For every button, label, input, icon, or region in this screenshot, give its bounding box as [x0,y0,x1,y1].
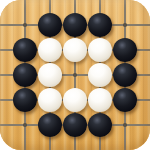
white-stone [63,88,87,112]
white-stone [63,38,87,62]
white-stone [88,38,112,62]
intersection[interactable] [38,63,63,88]
intersection[interactable] [63,38,88,63]
intersection[interactable] [113,113,138,138]
intersection[interactable] [63,113,88,138]
go-board-icon[interactable] [0,0,150,150]
intersection[interactable] [38,88,63,113]
intersection[interactable] [113,13,138,38]
black-stone [38,113,62,137]
white-stone [38,88,62,112]
black-stone [88,13,112,37]
intersection[interactable] [113,88,138,113]
black-stone [113,63,137,87]
intersection[interactable] [63,13,88,38]
board-grid [13,13,138,138]
intersection[interactable] [88,13,113,38]
intersection[interactable] [63,63,88,88]
intersection[interactable] [13,13,38,38]
white-stone [38,38,62,62]
black-stone [13,88,37,112]
intersection[interactable] [88,63,113,88]
black-stone [13,63,37,87]
intersection[interactable] [13,38,38,63]
intersection[interactable] [13,63,38,88]
white-stone [88,88,112,112]
black-stone [63,13,87,37]
intersection[interactable] [113,38,138,63]
intersection[interactable] [38,38,63,63]
intersection[interactable] [38,113,63,138]
black-stone [113,38,137,62]
white-stone [38,63,62,87]
intersection[interactable] [63,88,88,113]
intersection[interactable] [88,113,113,138]
black-stone [88,113,112,137]
intersection[interactable] [38,13,63,38]
black-stone [38,13,62,37]
page-background [0,0,150,150]
intersection[interactable] [88,88,113,113]
intersection[interactable] [13,113,38,138]
intersection[interactable] [113,63,138,88]
black-stone [13,38,37,62]
black-stone [63,113,87,137]
intersection[interactable] [13,88,38,113]
black-stone [113,88,137,112]
white-stone [88,63,112,87]
intersection[interactable] [88,38,113,63]
